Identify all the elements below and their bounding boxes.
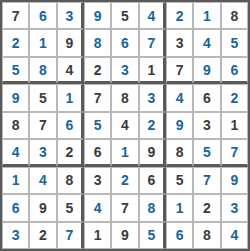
cell-r9c7[interactable]: 6: [166, 222, 193, 249]
cell-r6c2[interactable]: 3: [29, 139, 56, 166]
cell-r9c2[interactable]: 2: [29, 222, 56, 249]
cell-r6c3[interactable]: 2: [57, 139, 84, 166]
cell-r9c9[interactable]: 4: [221, 222, 248, 249]
cell-r2c6[interactable]: 7: [139, 29, 166, 56]
cell-r9c1[interactable]: 3: [2, 222, 29, 249]
cell-r1c5[interactable]: 5: [111, 2, 138, 29]
cell-r2c1[interactable]: 2: [2, 29, 29, 56]
cell-r5c7[interactable]: 9: [166, 112, 193, 139]
cell-r2c9[interactable]: 5: [221, 29, 248, 56]
cell-r8c5[interactable]: 7: [111, 194, 138, 221]
cell-r7c5[interactable]: 2: [111, 167, 138, 194]
cell-r3c9[interactable]: 6: [221, 57, 248, 84]
cell-r5c3[interactable]: 6: [57, 112, 84, 139]
cell-r7c9[interactable]: 9: [221, 167, 248, 194]
cell-r6c6[interactable]: 9: [139, 139, 166, 166]
cell-r8c2[interactable]: 9: [29, 194, 56, 221]
cell-r7c6[interactable]: 6: [139, 167, 166, 194]
cell-r8c3[interactable]: 5: [57, 194, 84, 221]
cell-r1c2[interactable]: 6: [29, 2, 56, 29]
cell-r4c8[interactable]: 6: [193, 84, 220, 111]
cell-r3c3[interactable]: 4: [57, 57, 84, 84]
cell-r5c1[interactable]: 8: [2, 112, 29, 139]
cell-r9c5[interactable]: 9: [111, 222, 138, 249]
cell-r3c4[interactable]: 2: [84, 57, 111, 84]
cell-r1c9[interactable]: 8: [221, 2, 248, 29]
cell-r7c4[interactable]: 3: [84, 167, 111, 194]
cell-r1c8[interactable]: 1: [193, 2, 220, 29]
cell-r7c1[interactable]: 1: [2, 167, 29, 194]
cell-r8c8[interactable]: 2: [193, 194, 220, 221]
cell-r6c4[interactable]: 6: [84, 139, 111, 166]
cell-r8c4[interactable]: 4: [84, 194, 111, 221]
cell-r2c3[interactable]: 9: [57, 29, 84, 56]
cell-r3c2[interactable]: 8: [29, 57, 56, 84]
cell-r9c4[interactable]: 1: [84, 222, 111, 249]
cell-r1c1[interactable]: 7: [2, 2, 29, 29]
cell-r9c6[interactable]: 5: [139, 222, 166, 249]
cell-r7c2[interactable]: 4: [29, 167, 56, 194]
cell-r3c6[interactable]: 1: [139, 57, 166, 84]
cell-r4c7[interactable]: 4: [166, 84, 193, 111]
cell-r8c6[interactable]: 8: [139, 194, 166, 221]
cell-r6c9[interactable]: 7: [221, 139, 248, 166]
cell-r1c7[interactable]: 2: [166, 2, 193, 29]
cell-r7c7[interactable]: 5: [166, 167, 193, 194]
cell-r8c7[interactable]: 1: [166, 194, 193, 221]
cell-r4c1[interactable]: 9: [2, 84, 29, 111]
cell-r1c3[interactable]: 3: [57, 2, 84, 29]
cell-r6c7[interactable]: 8: [166, 139, 193, 166]
cell-r2c7[interactable]: 3: [166, 29, 193, 56]
cell-r1c6[interactable]: 4: [139, 2, 166, 29]
cell-r2c8[interactable]: 4: [193, 29, 220, 56]
cell-r2c4[interactable]: 8: [84, 29, 111, 56]
cell-r9c8[interactable]: 8: [193, 222, 220, 249]
cell-r8c1[interactable]: 6: [2, 194, 29, 221]
cell-r4c4[interactable]: 7: [84, 84, 111, 111]
cell-r5c8[interactable]: 3: [193, 112, 220, 139]
sudoku-grid: 7639542182198673455842317969517834628765…: [0, 0, 250, 251]
cell-r4c6[interactable]: 3: [139, 84, 166, 111]
cell-r5c6[interactable]: 2: [139, 112, 166, 139]
cell-r2c2[interactable]: 1: [29, 29, 56, 56]
cell-r3c5[interactable]: 3: [111, 57, 138, 84]
cell-r7c3[interactable]: 8: [57, 167, 84, 194]
cell-r6c5[interactable]: 1: [111, 139, 138, 166]
cell-r5c4[interactable]: 5: [84, 112, 111, 139]
cell-r5c5[interactable]: 4: [111, 112, 138, 139]
cell-r2c5[interactable]: 6: [111, 29, 138, 56]
cell-r6c1[interactable]: 4: [2, 139, 29, 166]
cell-r4c3[interactable]: 1: [57, 84, 84, 111]
cell-r6c8[interactable]: 5: [193, 139, 220, 166]
cell-r8c9[interactable]: 3: [221, 194, 248, 221]
cell-r3c8[interactable]: 9: [193, 57, 220, 84]
cell-r4c9[interactable]: 2: [221, 84, 248, 111]
cell-r3c7[interactable]: 7: [166, 57, 193, 84]
cell-r7c8[interactable]: 7: [193, 167, 220, 194]
cell-r4c5[interactable]: 8: [111, 84, 138, 111]
cell-r5c2[interactable]: 7: [29, 112, 56, 139]
cell-r3c1[interactable]: 5: [2, 57, 29, 84]
cell-r1c4[interactable]: 9: [84, 2, 111, 29]
cell-r9c3[interactable]: 7: [57, 222, 84, 249]
cell-r4c2[interactable]: 5: [29, 84, 56, 111]
cell-r5c9[interactable]: 1: [221, 112, 248, 139]
